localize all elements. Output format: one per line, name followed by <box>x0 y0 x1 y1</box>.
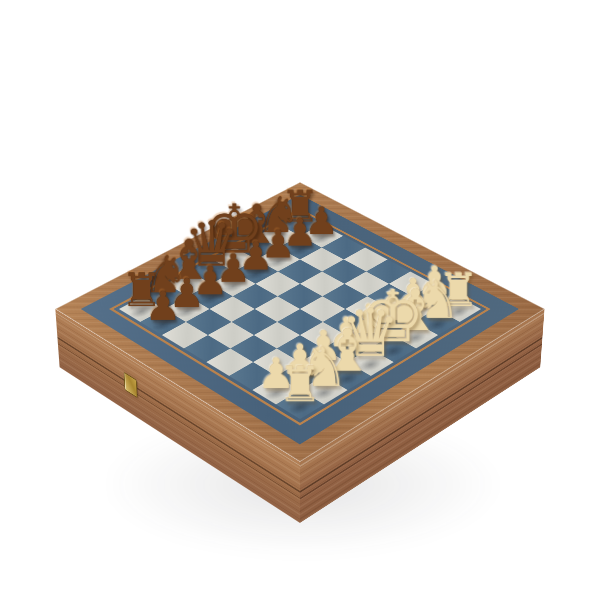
product-photo: ♜♞♝♛♚♝♞♜♟♟♟♟♟♟♟♟♟♟♟♟♟♟♟♟♜♞♝♛♚♝♞♜ <box>0 0 600 600</box>
white-rook-icon: ♜ <box>278 360 322 409</box>
brass-clasp <box>124 372 138 398</box>
chess-box: ♜♞♝♛♚♝♞♜♟♟♟♟♟♟♟♟♟♟♟♟♟♟♟♟♜♞♝♛♚♝♞♜ <box>55 182 544 462</box>
black-pawn-icon: ♟ <box>145 286 181 326</box>
scene-stage: ♜♞♝♛♚♝♞♜♟♟♟♟♟♟♟♟♟♟♟♟♟♟♟♟♜♞♝♛♚♝♞♜ <box>0 0 600 600</box>
